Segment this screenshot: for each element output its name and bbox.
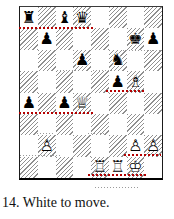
square-g7: ♚: [127, 28, 145, 49]
square-b6: [38, 50, 56, 71]
square-a7: [20, 28, 38, 49]
square-f8: [109, 7, 127, 28]
gray-dotted-artifact: [123, 50, 160, 51]
square-d7: [73, 28, 91, 49]
black-rook-piece: ♜: [20, 7, 38, 28]
square-h6: [144, 50, 162, 71]
red-squiggle-underline: [106, 90, 146, 92]
square-g3: [127, 114, 145, 135]
square-c6: [56, 50, 74, 71]
square-b5: [38, 71, 56, 92]
square-d2: [73, 135, 91, 156]
square-e2: [91, 135, 109, 156]
square-d5: [73, 71, 91, 92]
square-c3: [56, 114, 74, 135]
square-a3: [20, 114, 38, 135]
square-h8: [144, 7, 162, 28]
black-knight-piece: ♞: [109, 50, 127, 71]
square-h7: ♟: [144, 28, 162, 49]
square-a8: ♜: [20, 7, 38, 28]
square-a4: ♟: [20, 93, 38, 114]
black-pawn-piece: ♟: [144, 28, 162, 49]
square-d6: ♟: [73, 50, 91, 71]
black-pawn-piece: ♟: [56, 93, 74, 114]
square-f6: ♞: [109, 50, 127, 71]
black-pawn-piece: ♟: [73, 50, 91, 71]
chess-diagram-page: ♜♝♛♟♚♟♟♞♟♟♟ 14. White to move.: [0, 0, 174, 219]
black-bishop-piece: ♝: [56, 7, 74, 28]
square-g8: [127, 7, 145, 28]
square-a6: [20, 50, 38, 71]
square-e6: [91, 50, 109, 71]
black-king-piece: ♚: [127, 28, 145, 49]
gray-dotted-artifact: [37, 133, 55, 134]
square-f4: [109, 93, 127, 114]
square-b1: [38, 157, 56, 178]
red-squiggle-underline: [88, 174, 148, 176]
red-squiggle-underline: [19, 112, 94, 114]
square-c7: [56, 28, 74, 49]
square-d8: ♛: [73, 7, 91, 28]
square-f3: [109, 114, 127, 135]
square-g4: [127, 93, 145, 114]
square-b2: [38, 135, 56, 156]
square-a2: [20, 135, 38, 156]
black-pawn-piece: ♟: [38, 28, 56, 49]
white-queen-piece: [73, 93, 91, 114]
white-pawn-piece: [38, 135, 56, 156]
square-h3: [144, 114, 162, 135]
square-h4: [144, 93, 162, 114]
square-c1: [56, 157, 74, 178]
square-h5: [144, 71, 162, 92]
square-d4: [73, 93, 91, 114]
square-c5: [56, 71, 74, 92]
gray-dotted-artifact: [95, 187, 140, 188]
black-pawn-piece: ♟: [20, 93, 38, 114]
gray-dotted-artifact: [88, 133, 108, 134]
square-c4: ♟: [56, 93, 74, 114]
square-e4: [91, 93, 109, 114]
square-c2: [56, 135, 74, 156]
square-e7: [91, 28, 109, 49]
diagram-caption: 14. White to move.: [2, 195, 109, 211]
gray-dotted-artifact: [20, 155, 60, 156]
gray-dotted-artifact: [57, 70, 77, 71]
square-b7: ♟: [38, 28, 56, 49]
square-b4: [38, 93, 56, 114]
square-e8: [91, 7, 109, 28]
red-squiggle-underline: [124, 154, 161, 156]
gray-dotted-artifact: [93, 70, 115, 71]
square-a5: [20, 71, 38, 92]
black-queen-piece: ♛: [73, 7, 91, 28]
square-c8: ♝: [56, 7, 74, 28]
square-b8: [38, 7, 56, 28]
square-a1: [20, 157, 38, 178]
red-squiggle-underline: [19, 27, 95, 29]
square-f7: [109, 28, 127, 49]
square-g6: [127, 50, 145, 71]
